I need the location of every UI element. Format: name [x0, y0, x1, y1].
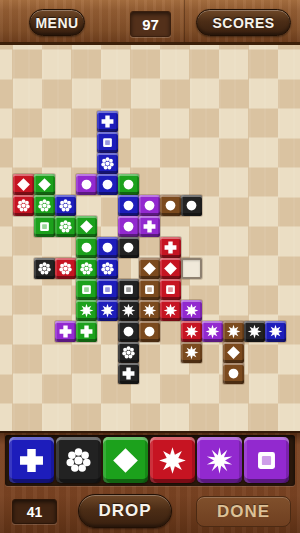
sun-icon	[184, 324, 199, 339]
circle-icon	[121, 198, 136, 213]
plus-icon	[163, 240, 178, 255]
snowflake-icon	[100, 261, 115, 276]
board-tile-purple-plus[interactable]	[139, 216, 160, 237]
diamond-icon	[163, 261, 178, 276]
circle-icon	[163, 198, 178, 213]
scores-button[interactable]: SCORES	[196, 9, 291, 36]
snowflake-icon	[37, 198, 52, 213]
snowflake-icon	[58, 261, 73, 276]
board-tile-red-sun[interactable]	[181, 321, 202, 342]
board-tile-blue-square[interactable]	[97, 279, 118, 300]
board-tile-blue-sun[interactable]	[97, 300, 118, 321]
tray-tile-red-sun[interactable]	[150, 437, 195, 483]
board-tile-black-snowflake[interactable]	[118, 342, 139, 363]
board-tile-green-diamond[interactable]	[34, 174, 55, 195]
remaining-counter: 41	[12, 499, 57, 524]
sun-icon	[247, 324, 262, 339]
menu-button[interactable]: MENU	[29, 9, 85, 36]
board-tile-brown-diamond[interactable]	[139, 258, 160, 279]
board-tile-green-snowflake[interactable]	[55, 216, 76, 237]
square-icon	[163, 282, 178, 297]
board-tile-blue-sun[interactable]	[265, 321, 286, 342]
board-tile-blue-snowflake[interactable]	[97, 153, 118, 174]
board-tile-green-snowflake[interactable]	[76, 258, 97, 279]
board-tile-green-plus[interactable]	[76, 321, 97, 342]
square-icon	[252, 446, 281, 475]
square-icon	[121, 282, 136, 297]
square-icon	[100, 135, 115, 150]
done-button[interactable]: DONE	[196, 496, 291, 527]
sun-icon	[268, 324, 283, 339]
snowflake-icon	[58, 219, 73, 234]
board-tile-blue-snowflake[interactable]	[55, 195, 76, 216]
square-icon	[37, 219, 52, 234]
sun-icon	[205, 324, 220, 339]
sun-icon	[184, 303, 199, 318]
diamond-icon	[16, 177, 31, 192]
snowflake-icon	[37, 261, 52, 276]
plus-icon	[121, 366, 136, 381]
snowflake-icon	[58, 198, 73, 213]
square-icon	[100, 282, 115, 297]
drop-button[interactable]: DROP	[78, 494, 172, 528]
snowflake-icon	[79, 261, 94, 276]
board-tile-purple-circle[interactable]	[76, 174, 97, 195]
board-tile-red-sun[interactable]	[160, 300, 181, 321]
diamond-icon	[37, 177, 52, 192]
tray-tile-purple-star[interactable]	[197, 437, 242, 483]
circle-icon	[121, 177, 136, 192]
game-board[interactable]	[0, 45, 300, 431]
board-tile-blue-circle[interactable]	[97, 237, 118, 258]
board-tile-brown-sun[interactable]	[181, 342, 202, 363]
top-bar: MENU 97 SCORES	[0, 0, 300, 45]
board-tile-brown-sun[interactable]	[223, 321, 244, 342]
plus-icon	[79, 324, 94, 339]
board-tile-purple-circle[interactable]	[139, 195, 160, 216]
circle-icon	[79, 177, 94, 192]
board-tile-blue-snowflake[interactable]	[97, 258, 118, 279]
circle-icon	[121, 240, 136, 255]
board-tile-white-blank[interactable]	[181, 258, 202, 279]
plus-icon	[142, 219, 157, 234]
board-tile-green-sun[interactable]	[76, 300, 97, 321]
board-tile-brown-sun[interactable]	[139, 300, 160, 321]
square-icon	[142, 282, 157, 297]
board-tile-purple-sun[interactable]	[202, 321, 223, 342]
circle-icon	[100, 177, 115, 192]
tray-tile-black-snowflake[interactable]	[56, 437, 101, 483]
circle-icon	[184, 198, 199, 213]
snowflake-icon	[100, 156, 115, 171]
circle-icon	[142, 198, 157, 213]
board-tile-red-diamond[interactable]	[13, 174, 34, 195]
square-icon	[79, 282, 94, 297]
sun-icon	[163, 303, 178, 318]
board-tile-black-sun[interactable]	[244, 321, 265, 342]
board-tile-green-square[interactable]	[76, 279, 97, 300]
board-tile-black-snowflake[interactable]	[34, 258, 55, 279]
board-tile-purple-plus[interactable]	[55, 321, 76, 342]
circle-icon	[100, 240, 115, 255]
board-tile-black-circle[interactable]	[118, 237, 139, 258]
diamond-icon	[111, 446, 140, 475]
board-tile-purple-circle[interactable]	[118, 216, 139, 237]
tray-tile-green-diamond[interactable]	[103, 437, 148, 483]
board-tile-green-snowflake[interactable]	[34, 195, 55, 216]
sun-icon	[121, 303, 136, 318]
board-tile-purple-sun[interactable]	[181, 300, 202, 321]
board-tile-red-snowflake[interactable]	[13, 195, 34, 216]
sun-icon	[142, 303, 157, 318]
plus-icon	[17, 446, 46, 475]
board-tile-red-snowflake[interactable]	[55, 258, 76, 279]
board-tile-brown-square[interactable]	[139, 279, 160, 300]
board-tile-brown-circle[interactable]	[223, 363, 244, 384]
board-tile-blue-circle[interactable]	[97, 174, 118, 195]
sun-icon	[158, 446, 187, 475]
game-screen: MENU 97 SCORES 41 DROP DONE	[0, 0, 300, 533]
diamond-icon	[226, 345, 241, 360]
plus-icon	[58, 324, 73, 339]
sun-icon	[226, 324, 241, 339]
star-icon	[205, 446, 234, 475]
score-display: 97	[130, 11, 171, 37]
board-tile-red-plus[interactable]	[160, 237, 181, 258]
board-tile-red-square[interactable]	[160, 279, 181, 300]
diamond-icon	[142, 261, 157, 276]
board-tile-blue-plus[interactable]	[97, 111, 118, 132]
circle-icon	[79, 240, 94, 255]
board-tile-blue-circle[interactable]	[118, 195, 139, 216]
circle-icon	[226, 366, 241, 381]
tray-tile-blue-plus[interactable]	[9, 437, 54, 483]
shape-selector	[5, 435, 295, 486]
board-tile-brown-diamond[interactable]	[223, 342, 244, 363]
board-tile-black-plus[interactable]	[118, 363, 139, 384]
board-tile-blue-square[interactable]	[97, 132, 118, 153]
plus-icon	[100, 114, 115, 129]
board-tile-green-circle[interactable]	[76, 237, 97, 258]
diamond-icon	[79, 219, 94, 234]
board-tile-black-square[interactable]	[118, 279, 139, 300]
circle-icon	[142, 324, 157, 339]
sun-icon	[100, 303, 115, 318]
board-tile-green-square[interactable]	[34, 216, 55, 237]
board-tile-red-diamond[interactable]	[160, 258, 181, 279]
board-tile-green-diamond[interactable]	[76, 216, 97, 237]
sun-icon	[79, 303, 94, 318]
board-tile-green-circle[interactable]	[118, 174, 139, 195]
tray-tile-purple-square[interactable]	[244, 437, 289, 483]
board-tile-brown-circle[interactable]	[160, 195, 181, 216]
circle-icon	[121, 219, 136, 234]
snowflake-icon	[121, 345, 136, 360]
board-tile-black-sun[interactable]	[118, 300, 139, 321]
bottom-tray: 41 DROP DONE	[0, 431, 300, 533]
snowflake-icon	[16, 198, 31, 213]
board-tile-black-circle[interactable]	[181, 195, 202, 216]
board-tile-black-circle[interactable]	[118, 321, 139, 342]
circle-icon	[121, 324, 136, 339]
snowflake-icon	[64, 446, 93, 475]
sun-icon	[184, 345, 199, 360]
board-tile-brown-circle[interactable]	[139, 321, 160, 342]
